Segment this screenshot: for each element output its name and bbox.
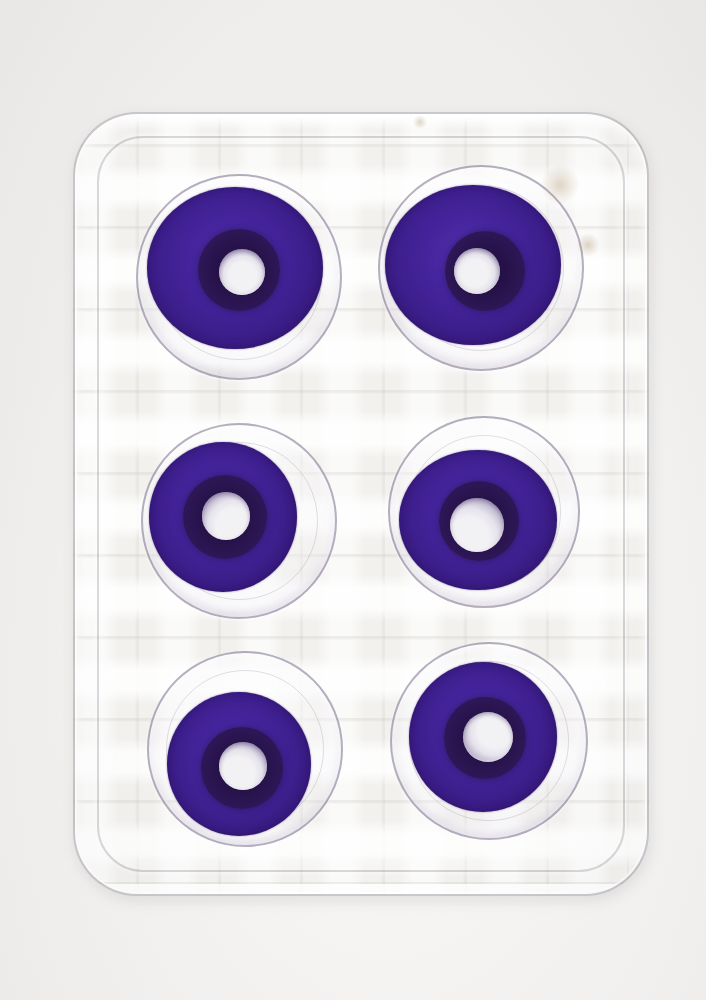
ear-tip-hole-middle-left xyxy=(202,492,250,540)
ear-tip-hole-middle-right xyxy=(450,498,504,552)
ear-tip-hole-bottom-right xyxy=(463,712,513,762)
ear-tip-hole-top-left xyxy=(219,249,265,295)
product-photo xyxy=(0,0,706,1000)
ear-tip-hole-top-right xyxy=(454,248,500,294)
ear-tip-hole-bottom-left xyxy=(219,742,267,790)
